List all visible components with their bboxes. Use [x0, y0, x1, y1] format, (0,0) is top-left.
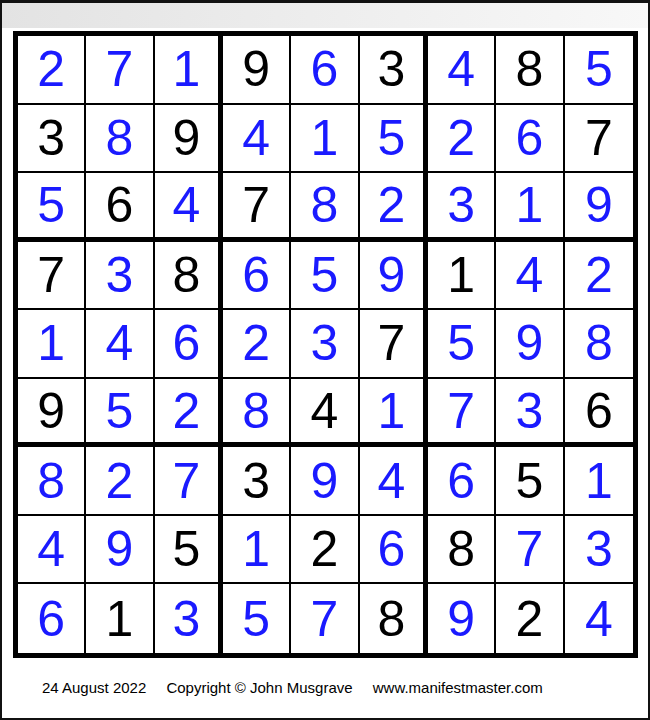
cell-r5c2[interactable]: 4 [86, 310, 154, 379]
cell-r7c7[interactable]: 6 [428, 447, 496, 516]
cell-r2c3[interactable]: 9 [155, 105, 223, 174]
cell-r9c5[interactable]: 7 [291, 584, 359, 653]
cell-r3c5[interactable]: 8 [291, 173, 359, 242]
cell-r8c2[interactable]: 9 [86, 516, 154, 585]
cell-r1c2[interactable]: 7 [86, 36, 154, 105]
cell-r5c3[interactable]: 6 [155, 310, 223, 379]
cell-r3c7[interactable]: 3 [428, 173, 496, 242]
cell-r5c4[interactable]: 2 [223, 310, 291, 379]
cell-r9c2[interactable]: 1 [86, 584, 154, 653]
cell-r3c2[interactable]: 6 [86, 173, 154, 242]
cell-r1c6[interactable]: 3 [360, 36, 428, 105]
cell-r9c8[interactable]: 2 [496, 584, 564, 653]
cell-r9c9[interactable]: 4 [565, 584, 633, 653]
cell-r5c1[interactable]: 1 [18, 310, 86, 379]
cell-r7c1[interactable]: 8 [18, 447, 86, 516]
footer-date: 24 August 2022 [42, 679, 146, 696]
cell-r8c1[interactable]: 4 [18, 516, 86, 585]
cell-r4c1[interactable]: 7 [18, 242, 86, 311]
cell-r7c5[interactable]: 9 [291, 447, 359, 516]
cell-r4c7[interactable]: 1 [428, 242, 496, 311]
cell-r2c9[interactable]: 7 [565, 105, 633, 174]
cell-r2c2[interactable]: 8 [86, 105, 154, 174]
cell-r6c8[interactable]: 3 [496, 379, 564, 448]
cell-r6c3[interactable]: 2 [155, 379, 223, 448]
cell-r4c5[interactable]: 5 [291, 242, 359, 311]
cell-r5c5[interactable]: 3 [291, 310, 359, 379]
cell-r6c2[interactable]: 5 [86, 379, 154, 448]
cell-r1c1[interactable]: 2 [18, 36, 86, 105]
cell-r8c7[interactable]: 8 [428, 516, 496, 585]
cell-r8c6[interactable]: 6 [360, 516, 428, 585]
cell-r1c7[interactable]: 4 [428, 36, 496, 105]
cell-r3c9[interactable]: 9 [565, 173, 633, 242]
cell-r6c1[interactable]: 9 [18, 379, 86, 448]
sudoku-board: 2719634853894152675647823197386591421462… [13, 31, 638, 658]
cell-r9c3[interactable]: 3 [155, 584, 223, 653]
cell-r4c3[interactable]: 8 [155, 242, 223, 311]
cell-r7c8[interactable]: 5 [496, 447, 564, 516]
cell-r7c2[interactable]: 2 [86, 447, 154, 516]
cell-r8c8[interactable]: 7 [496, 516, 564, 585]
cell-r1c3[interactable]: 1 [155, 36, 223, 105]
printed-sudoku-page: 2719634853894152675647823197386591421462… [0, 0, 650, 720]
cell-r3c1[interactable]: 5 [18, 173, 86, 242]
cell-r3c3[interactable]: 4 [155, 173, 223, 242]
footer-credit-line: 24 August 2022 Copyright © John Musgrave… [42, 679, 543, 696]
footer-copyright: Copyright © John Musgrave [166, 679, 352, 696]
cell-r5c8[interactable]: 9 [496, 310, 564, 379]
cell-r4c8[interactable]: 4 [496, 242, 564, 311]
cell-r4c2[interactable]: 3 [86, 242, 154, 311]
cell-r9c6[interactable]: 8 [360, 584, 428, 653]
cell-r5c6[interactable]: 7 [360, 310, 428, 379]
cell-r9c1[interactable]: 6 [18, 584, 86, 653]
cell-r5c9[interactable]: 8 [565, 310, 633, 379]
cell-r2c1[interactable]: 3 [18, 105, 86, 174]
cell-r6c5[interactable]: 4 [291, 379, 359, 448]
cell-r1c5[interactable]: 6 [291, 36, 359, 105]
cell-r7c6[interactable]: 4 [360, 447, 428, 516]
cell-r8c3[interactable]: 5 [155, 516, 223, 585]
cell-r3c4[interactable]: 7 [223, 173, 291, 242]
cell-r2c7[interactable]: 2 [428, 105, 496, 174]
cell-r6c6[interactable]: 1 [360, 379, 428, 448]
cell-r1c8[interactable]: 8 [496, 36, 564, 105]
cell-r5c7[interactable]: 5 [428, 310, 496, 379]
cell-r1c9[interactable]: 5 [565, 36, 633, 105]
cell-r3c6[interactable]: 2 [360, 173, 428, 242]
cell-r6c7[interactable]: 7 [428, 379, 496, 448]
cell-r2c8[interactable]: 6 [496, 105, 564, 174]
cell-r4c4[interactable]: 6 [223, 242, 291, 311]
cell-r6c4[interactable]: 8 [223, 379, 291, 448]
footer-website: www.manifestmaster.com [373, 679, 543, 696]
cell-r7c3[interactable]: 7 [155, 447, 223, 516]
cell-r8c4[interactable]: 1 [223, 516, 291, 585]
cell-r7c4[interactable]: 3 [223, 447, 291, 516]
cell-r4c9[interactable]: 2 [565, 242, 633, 311]
cell-r8c9[interactable]: 3 [565, 516, 633, 585]
cell-r7c9[interactable]: 1 [565, 447, 633, 516]
cell-r9c4[interactable]: 5 [223, 584, 291, 653]
cell-r8c5[interactable]: 2 [291, 516, 359, 585]
cell-r2c4[interactable]: 4 [223, 105, 291, 174]
page-top-strip [2, 3, 648, 28]
cell-r6c9[interactable]: 6 [565, 379, 633, 448]
cell-r2c6[interactable]: 5 [360, 105, 428, 174]
cell-r4c6[interactable]: 9 [360, 242, 428, 311]
cell-r9c7[interactable]: 9 [428, 584, 496, 653]
cell-r3c8[interactable]: 1 [496, 173, 564, 242]
cell-r2c5[interactable]: 1 [291, 105, 359, 174]
cell-r1c4[interactable]: 9 [223, 36, 291, 105]
